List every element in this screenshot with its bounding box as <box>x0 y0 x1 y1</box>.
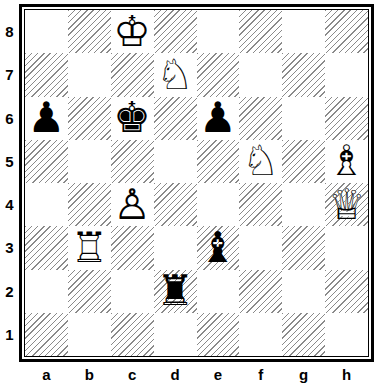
square-d2[interactable]: ♜ <box>154 270 197 313</box>
rank-label-3: 3 <box>0 226 19 269</box>
file-label-h: h <box>325 363 368 386</box>
rank-label-5: 5 <box>0 140 19 183</box>
square-h2[interactable] <box>325 270 368 313</box>
square-f6[interactable] <box>239 97 282 140</box>
piece-outline-layer: ♗ <box>325 140 368 183</box>
file-label-e: e <box>197 363 240 386</box>
piece-black-king[interactable]: ♚ <box>111 97 154 140</box>
square-d8[interactable] <box>154 10 197 53</box>
file-label-d: d <box>154 363 197 386</box>
rank-label-2: 2 <box>0 270 19 313</box>
file-label-c: c <box>111 363 154 386</box>
piece-white-knight[interactable]: ♞♘ <box>154 53 197 96</box>
square-g6[interactable] <box>282 97 325 140</box>
square-f4[interactable] <box>239 183 282 226</box>
square-g1[interactable] <box>282 313 325 356</box>
square-h3[interactable] <box>325 226 368 269</box>
square-e7[interactable] <box>197 53 240 96</box>
square-f1[interactable] <box>239 313 282 356</box>
piece-outline-layer: ♖ <box>68 226 111 269</box>
square-g2[interactable] <box>282 270 325 313</box>
board-frame: ♚♔♞♘♟♚♟♞♘♝♗♟♙♛♕♜♖♝♜ <box>19 4 374 362</box>
square-a7[interactable] <box>25 53 68 96</box>
piece-outline-layer: ♙ <box>111 183 154 226</box>
square-f8[interactable] <box>239 10 282 53</box>
square-c4[interactable]: ♟♙ <box>111 183 154 226</box>
square-f7[interactable] <box>239 53 282 96</box>
piece-solid-layer: ♚ <box>111 97 154 140</box>
square-e5[interactable] <box>197 140 240 183</box>
rank-label-8: 8 <box>0 10 19 53</box>
square-a2[interactable] <box>25 270 68 313</box>
square-h7[interactable] <box>325 53 368 96</box>
square-h4[interactable]: ♛♕ <box>325 183 368 226</box>
square-g8[interactable] <box>282 10 325 53</box>
square-b1[interactable] <box>68 313 111 356</box>
square-g7[interactable] <box>282 53 325 96</box>
piece-black-pawn[interactable]: ♟ <box>25 97 68 140</box>
piece-black-bishop[interactable]: ♝ <box>197 226 240 269</box>
rank-label-6: 6 <box>0 97 19 140</box>
piece-black-rook[interactable]: ♜ <box>154 270 197 313</box>
board-inner-frame: ♚♔♞♘♟♚♟♞♘♝♗♟♙♛♕♜♖♝♜ <box>24 9 369 357</box>
file-label-b: b <box>68 363 111 386</box>
square-e6[interactable]: ♟ <box>197 97 240 140</box>
square-c6[interactable]: ♚ <box>111 97 154 140</box>
square-a5[interactable] <box>25 140 68 183</box>
piece-outline-layer: ♘ <box>154 53 197 96</box>
rank-labels: 87654321 <box>0 10 19 356</box>
piece-outline-layer: ♕ <box>325 183 368 226</box>
square-d7[interactable]: ♞♘ <box>154 53 197 96</box>
square-e2[interactable] <box>197 270 240 313</box>
file-label-a: a <box>25 363 68 386</box>
square-c7[interactable] <box>111 53 154 96</box>
square-d5[interactable] <box>154 140 197 183</box>
square-a8[interactable] <box>25 10 68 53</box>
piece-outline-layer: ♔ <box>111 10 154 53</box>
piece-white-king[interactable]: ♚♔ <box>111 10 154 53</box>
square-e8[interactable] <box>197 10 240 53</box>
piece-white-rook[interactable]: ♜♖ <box>68 226 111 269</box>
square-e3[interactable]: ♝ <box>197 226 240 269</box>
square-b4[interactable] <box>68 183 111 226</box>
piece-solid-layer: ♜ <box>154 270 197 313</box>
square-a6[interactable]: ♟ <box>25 97 68 140</box>
board-grid: ♚♔♞♘♟♚♟♞♘♝♗♟♙♛♕♜♖♝♜ <box>25 10 368 356</box>
square-b8[interactable] <box>68 10 111 53</box>
rank-label-7: 7 <box>0 53 19 96</box>
square-e1[interactable] <box>197 313 240 356</box>
piece-solid-layer: ♟ <box>25 97 68 140</box>
file-labels: abcdefgh <box>25 363 368 386</box>
square-h1[interactable] <box>325 313 368 356</box>
piece-solid-layer: ♟ <box>197 97 240 140</box>
piece-outline-layer: ♘ <box>239 140 282 183</box>
file-label-g: g <box>282 363 325 386</box>
square-c3[interactable] <box>111 226 154 269</box>
square-b6[interactable] <box>68 97 111 140</box>
square-c8[interactable]: ♚♔ <box>111 10 154 53</box>
square-g4[interactable] <box>282 183 325 226</box>
square-b3[interactable]: ♜♖ <box>68 226 111 269</box>
square-a3[interactable] <box>25 226 68 269</box>
piece-black-pawn[interactable]: ♟ <box>197 97 240 140</box>
piece-white-bishop[interactable]: ♝♗ <box>325 140 368 183</box>
piece-solid-layer: ♝ <box>197 226 240 269</box>
piece-white-queen[interactable]: ♛♕ <box>325 183 368 226</box>
square-f3[interactable] <box>239 226 282 269</box>
square-g5[interactable] <box>282 140 325 183</box>
square-h5[interactable]: ♝♗ <box>325 140 368 183</box>
square-h8[interactable] <box>325 10 368 53</box>
square-e4[interactable] <box>197 183 240 226</box>
square-h6[interactable] <box>325 97 368 140</box>
rank-label-4: 4 <box>0 183 19 226</box>
square-a4[interactable] <box>25 183 68 226</box>
square-c2[interactable] <box>111 270 154 313</box>
square-d4[interactable] <box>154 183 197 226</box>
square-b2[interactable] <box>68 270 111 313</box>
square-a1[interactable] <box>25 313 68 356</box>
square-d1[interactable] <box>154 313 197 356</box>
square-b7[interactable] <box>68 53 111 96</box>
file-label-f: f <box>239 363 282 386</box>
square-c5[interactable] <box>111 140 154 183</box>
piece-white-knight[interactable]: ♞♘ <box>239 140 282 183</box>
rank-label-1: 1 <box>0 313 19 356</box>
square-g3[interactable] <box>282 226 325 269</box>
square-c1[interactable] <box>111 313 154 356</box>
square-b5[interactable] <box>68 140 111 183</box>
square-d3[interactable] <box>154 226 197 269</box>
piece-white-pawn[interactable]: ♟♙ <box>111 183 154 226</box>
square-f2[interactable] <box>239 270 282 313</box>
square-d6[interactable] <box>154 97 197 140</box>
square-f5[interactable]: ♞♘ <box>239 140 282 183</box>
